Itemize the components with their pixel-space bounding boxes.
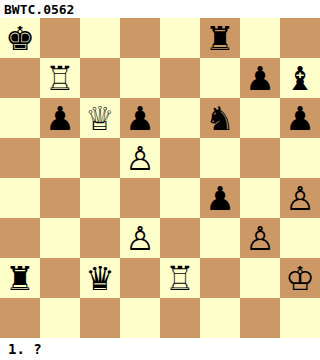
move-prompt: 1. ? (8, 341, 42, 357)
square-f7[interactable] (200, 58, 240, 98)
square-g3[interactable]: ♙ (240, 218, 280, 258)
square-b8[interactable] (40, 18, 80, 58)
square-f4[interactable]: ♟ (200, 178, 240, 218)
square-h4[interactable]: ♙ (280, 178, 320, 218)
square-a5[interactable] (0, 138, 40, 178)
square-e3[interactable] (160, 218, 200, 258)
square-c3[interactable] (80, 218, 120, 258)
square-g5[interactable] (240, 138, 280, 178)
square-b3[interactable] (40, 218, 80, 258)
square-g6[interactable] (240, 98, 280, 138)
square-b6[interactable]: ♟ (40, 98, 80, 138)
piece-black-pawn[interactable]: ♟ (285, 102, 315, 135)
square-f2[interactable] (200, 258, 240, 298)
piece-white-pawn[interactable]: ♙ (245, 222, 275, 255)
square-h8[interactable] (280, 18, 320, 58)
square-e8[interactable] (160, 18, 200, 58)
square-b7[interactable]: ♖ (40, 58, 80, 98)
title-bar: BWTC.0562 (0, 0, 320, 18)
square-d8[interactable] (120, 18, 160, 58)
square-g1[interactable] (240, 298, 280, 338)
square-d5[interactable]: ♙ (120, 138, 160, 178)
piece-black-queen[interactable]: ♛ (85, 262, 115, 295)
square-a1[interactable] (0, 298, 40, 338)
square-h2[interactable]: ♔ (280, 258, 320, 298)
square-e4[interactable] (160, 178, 200, 218)
square-h1[interactable] (280, 298, 320, 338)
piece-black-bishop[interactable]: ♝ (285, 62, 315, 95)
square-e5[interactable] (160, 138, 200, 178)
square-c7[interactable] (80, 58, 120, 98)
square-c5[interactable] (80, 138, 120, 178)
piece-white-king[interactable]: ♔ (285, 262, 315, 295)
square-g7[interactable]: ♟ (240, 58, 280, 98)
piece-white-rook[interactable]: ♖ (165, 262, 195, 295)
square-h3[interactable] (280, 218, 320, 258)
square-h7[interactable]: ♝ (280, 58, 320, 98)
piece-white-pawn[interactable]: ♙ (125, 142, 155, 175)
square-c2[interactable]: ♛ (80, 258, 120, 298)
square-h5[interactable] (280, 138, 320, 178)
square-a4[interactable] (0, 178, 40, 218)
square-c1[interactable] (80, 298, 120, 338)
square-f8[interactable]: ♜ (200, 18, 240, 58)
piece-black-pawn[interactable]: ♟ (245, 62, 275, 95)
square-c6[interactable]: ♕ (80, 98, 120, 138)
square-d6[interactable]: ♟ (120, 98, 160, 138)
square-c4[interactable] (80, 178, 120, 218)
square-b4[interactable] (40, 178, 80, 218)
square-d4[interactable] (120, 178, 160, 218)
square-b2[interactable] (40, 258, 80, 298)
piece-black-pawn[interactable]: ♟ (45, 102, 75, 135)
piece-white-rook[interactable]: ♖ (45, 62, 75, 95)
piece-black-rook[interactable]: ♜ (205, 22, 235, 55)
square-a8[interactable]: ♚ (0, 18, 40, 58)
piece-black-knight[interactable]: ♞ (205, 102, 235, 135)
puzzle-id: BWTC.0562 (4, 2, 74, 17)
square-f3[interactable] (200, 218, 240, 258)
square-a6[interactable] (0, 98, 40, 138)
square-d2[interactable] (120, 258, 160, 298)
square-b1[interactable] (40, 298, 80, 338)
square-f1[interactable] (200, 298, 240, 338)
piece-black-pawn[interactable]: ♟ (205, 182, 235, 215)
square-d3[interactable]: ♙ (120, 218, 160, 258)
square-g8[interactable] (240, 18, 280, 58)
square-e6[interactable] (160, 98, 200, 138)
square-a7[interactable] (0, 58, 40, 98)
square-d7[interactable] (120, 58, 160, 98)
chess-puzzle-page: BWTC.0562 ♚♜♖♟♝♟♕♟♞♟♙♟♙♙♙♜♛♖♔ 1. ? (0, 0, 320, 360)
piece-white-pawn[interactable]: ♙ (285, 182, 315, 215)
piece-white-queen[interactable]: ♕ (85, 102, 115, 135)
piece-black-rook[interactable]: ♜ (5, 262, 35, 295)
square-g2[interactable] (240, 258, 280, 298)
square-f5[interactable] (200, 138, 240, 178)
square-g4[interactable] (240, 178, 280, 218)
square-a2[interactable]: ♜ (0, 258, 40, 298)
prompt-bar: 1. ? (0, 338, 320, 360)
square-f6[interactable]: ♞ (200, 98, 240, 138)
chess-board: ♚♜♖♟♝♟♕♟♞♟♙♟♙♙♙♜♛♖♔ (0, 18, 320, 338)
square-h6[interactable]: ♟ (280, 98, 320, 138)
square-d1[interactable] (120, 298, 160, 338)
square-e1[interactable] (160, 298, 200, 338)
piece-black-pawn[interactable]: ♟ (125, 102, 155, 135)
square-c8[interactable] (80, 18, 120, 58)
piece-black-king[interactable]: ♚ (5, 22, 35, 55)
square-e7[interactable] (160, 58, 200, 98)
piece-white-pawn[interactable]: ♙ (125, 222, 155, 255)
square-a3[interactable] (0, 218, 40, 258)
square-e2[interactable]: ♖ (160, 258, 200, 298)
square-b5[interactable] (40, 138, 80, 178)
